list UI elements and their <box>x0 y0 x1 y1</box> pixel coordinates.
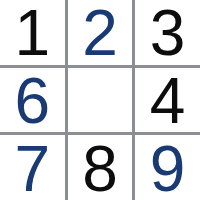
cell-r2c1[interactable]: 8 <box>68 135 133 200</box>
digit: 8 <box>82 137 118 200</box>
digit: 1 <box>15 1 51 65</box>
sudoku-board: 12364789 <box>0 0 200 200</box>
cell-r1c2[interactable]: 4 <box>135 68 200 133</box>
cell-r0c1[interactable]: 2 <box>68 0 133 65</box>
digit: 2 <box>82 1 118 65</box>
digit: 7 <box>15 137 51 200</box>
digit: 4 <box>150 69 186 133</box>
cell-r2c2[interactable]: 9 <box>135 135 200 200</box>
cell-r1c1-empty[interactable] <box>68 68 133 133</box>
cell-r1c0[interactable]: 6 <box>0 68 65 133</box>
digit: 3 <box>150 1 186 65</box>
cell-r0c2[interactable]: 3 <box>135 0 200 65</box>
digit: 9 <box>150 137 186 200</box>
cell-r0c0[interactable]: 1 <box>0 0 65 65</box>
digit: 6 <box>15 69 51 133</box>
cell-r2c0[interactable]: 7 <box>0 135 65 200</box>
